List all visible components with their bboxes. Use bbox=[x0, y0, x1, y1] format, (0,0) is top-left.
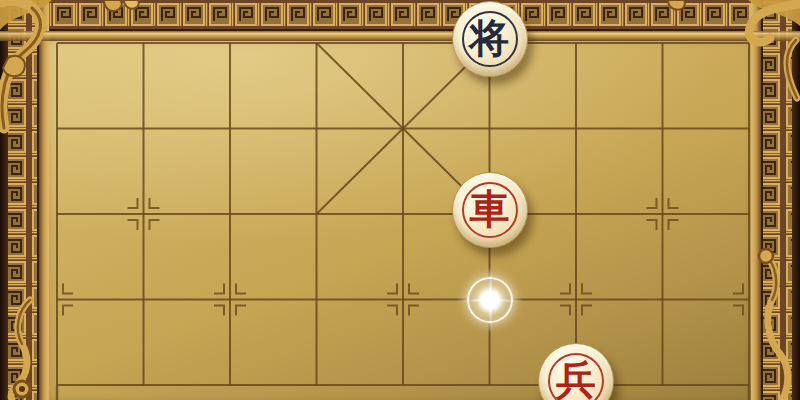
piece-layer: 将車兵 bbox=[0, 0, 800, 400]
piece-black-general[interactable]: 将 bbox=[452, 1, 528, 77]
xiangqi-game-screen: 将車兵 bbox=[0, 0, 800, 400]
piece-glyph: 将 bbox=[470, 18, 510, 58]
piece-ring: 将 bbox=[462, 11, 518, 67]
piece-red-chariot[interactable]: 車 bbox=[452, 172, 528, 248]
piece-red-soldier[interactable]: 兵 bbox=[538, 343, 614, 400]
piece-ring: 兵 bbox=[548, 353, 604, 400]
piece-glyph: 車 bbox=[470, 189, 510, 229]
piece-glyph: 兵 bbox=[556, 360, 596, 400]
move-indicator-dot[interactable] bbox=[467, 277, 513, 323]
piece-ring: 車 bbox=[462, 182, 518, 238]
